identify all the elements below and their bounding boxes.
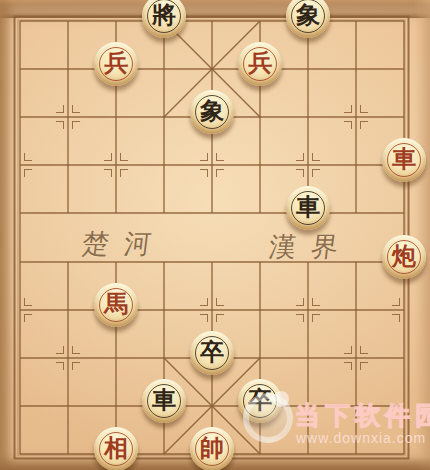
piece-black-卒[interactable]: 卒 (190, 331, 234, 375)
river-label-chu-he: 楚河 (80, 226, 168, 262)
piece-glyph: 車 (392, 147, 416, 171)
piece-black-卒[interactable]: 卒 (238, 379, 282, 423)
piece-glyph: 車 (296, 195, 320, 219)
piece-glyph: 卒 (248, 388, 272, 412)
piece-red-車[interactable]: 車 (382, 138, 426, 182)
xiangqi-board[interactable]: 楚河 漢界 將象兵兵象車車炮馬卒車卒相帥 当下软件园 www.downxia.c… (0, 0, 430, 470)
piece-red-兵[interactable]: 兵 (94, 42, 138, 86)
piece-red-帥[interactable]: 帥 (190, 427, 234, 470)
piece-black-車[interactable]: 車 (142, 379, 186, 423)
piece-black-車[interactable]: 車 (286, 186, 330, 230)
grid-lines (0, 0, 430, 470)
piece-glyph: 炮 (392, 244, 416, 268)
piece-glyph: 相 (104, 436, 128, 460)
piece-black-象[interactable]: 象 (190, 90, 234, 134)
piece-red-相[interactable]: 相 (94, 427, 138, 470)
river-label-han-jie: 漢界 (267, 229, 355, 265)
piece-glyph: 象 (296, 3, 320, 27)
piece-red-馬[interactable]: 馬 (94, 283, 138, 327)
piece-red-兵[interactable]: 兵 (238, 42, 282, 86)
piece-red-炮[interactable]: 炮 (382, 235, 426, 279)
piece-glyph: 馬 (104, 292, 128, 316)
piece-glyph: 卒 (200, 340, 224, 364)
piece-glyph: 象 (200, 99, 224, 123)
piece-glyph: 將 (152, 3, 176, 27)
piece-glyph: 兵 (248, 51, 272, 75)
piece-glyph: 車 (152, 388, 176, 412)
piece-glyph: 帥 (200, 436, 224, 460)
piece-glyph: 兵 (104, 51, 128, 75)
